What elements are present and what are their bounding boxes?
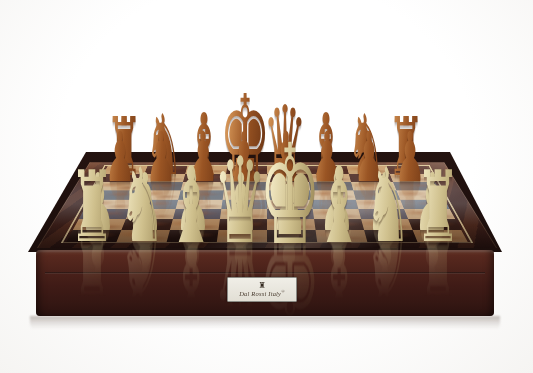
board-frame <box>37 162 497 248</box>
square-h2[interactable] <box>408 219 461 230</box>
square-c1[interactable] <box>166 230 218 242</box>
square-f8[interactable] <box>306 166 348 174</box>
square-h8[interactable] <box>386 166 430 174</box>
square-f6[interactable] <box>308 182 352 191</box>
square-a7[interactable] <box>99 174 144 182</box>
square-d3[interactable] <box>219 209 266 219</box>
brand-plaque: ♜ Dal Rossi Italy® <box>227 277 297 302</box>
box-ground-shadow <box>30 316 500 332</box>
square-a5[interactable] <box>89 190 137 199</box>
rook-icon: ♜ <box>258 282 265 289</box>
square-f5[interactable] <box>310 190 356 199</box>
board-3d-plane <box>37 162 497 248</box>
square-b1[interactable] <box>116 230 169 242</box>
square-d4[interactable] <box>221 200 267 210</box>
square-f4[interactable] <box>311 200 358 210</box>
square-g2[interactable] <box>361 219 413 230</box>
square-d1[interactable] <box>216 230 266 242</box>
square-a8[interactable] <box>103 166 147 174</box>
square-c4[interactable] <box>175 200 222 210</box>
square-a6[interactable] <box>94 182 141 191</box>
square-a3[interactable] <box>78 209 129 219</box>
chess-set-photo: ♜♜♞♞♝♝♚♚♛♛♝♝♞♞♜♜♟♟♟♟♟♟♟♟♟♟♟♟♟♟♟♟♟♟♟♟♟♟♟♟… <box>0 0 533 373</box>
square-e6[interactable] <box>267 182 310 191</box>
square-c3[interactable] <box>172 209 220 219</box>
square-a4[interactable] <box>84 200 134 210</box>
square-h5[interactable] <box>396 190 444 199</box>
square-g8[interactable] <box>346 166 389 174</box>
square-g7[interactable] <box>348 174 392 182</box>
box-lid-seam <box>45 272 485 274</box>
square-f3[interactable] <box>312 209 360 219</box>
square-e3[interactable] <box>267 209 314 219</box>
square-f7[interactable] <box>307 174 350 182</box>
square-e8[interactable] <box>267 166 308 174</box>
square-c8[interactable] <box>185 166 227 174</box>
square-h7[interactable] <box>389 174 434 182</box>
square-c5[interactable] <box>178 190 224 199</box>
square-e2[interactable] <box>267 219 316 230</box>
registered-mark: ® <box>281 289 285 294</box>
square-h6[interactable] <box>392 182 439 191</box>
square-a1[interactable] <box>66 230 121 242</box>
chess-board <box>66 166 467 242</box>
square-g5[interactable] <box>353 190 400 199</box>
square-h4[interactable] <box>400 200 450 210</box>
square-d8[interactable] <box>226 166 267 174</box>
square-a2[interactable] <box>72 219 125 230</box>
square-c2[interactable] <box>169 219 219 230</box>
square-c6[interactable] <box>180 182 224 191</box>
square-g6[interactable] <box>350 182 395 191</box>
square-b2[interactable] <box>121 219 173 230</box>
square-b6[interactable] <box>137 182 182 191</box>
square-h1[interactable] <box>412 230 467 242</box>
square-b8[interactable] <box>144 166 187 174</box>
square-f2[interactable] <box>314 219 364 230</box>
square-e4[interactable] <box>267 200 313 210</box>
square-g4[interactable] <box>355 200 403 210</box>
square-b7[interactable] <box>141 174 185 182</box>
square-d7[interactable] <box>225 174 267 182</box>
square-d2[interactable] <box>218 219 267 230</box>
square-b4[interactable] <box>129 200 177 210</box>
square-f1[interactable] <box>315 230 367 242</box>
square-c7[interactable] <box>183 174 226 182</box>
square-h3[interactable] <box>404 209 455 219</box>
square-g1[interactable] <box>364 230 417 242</box>
square-d6[interactable] <box>223 182 266 191</box>
square-d5[interactable] <box>222 190 266 199</box>
square-b5[interactable] <box>133 190 180 199</box>
square-e1[interactable] <box>267 230 317 242</box>
square-b3[interactable] <box>125 209 175 219</box>
brand-name: Dal Rossi Italy® <box>239 289 285 297</box>
square-e5[interactable] <box>267 190 311 199</box>
square-e7[interactable] <box>267 174 309 182</box>
square-g3[interactable] <box>358 209 408 219</box>
